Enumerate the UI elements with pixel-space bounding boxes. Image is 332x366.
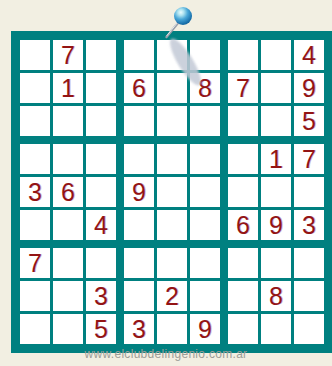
cell-r2c5[interactable]: [157, 73, 187, 103]
cell-r8c4[interactable]: [124, 281, 154, 311]
cell-r8c8[interactable]: 8: [261, 281, 291, 311]
cell-r7c1[interactable]: 7: [20, 248, 50, 278]
cell-r3c8[interactable]: [261, 106, 291, 136]
cell-r4c6[interactable]: [190, 144, 220, 174]
cell-r4c7[interactable]: [228, 144, 258, 174]
cell-r4c2[interactable]: [53, 144, 83, 174]
cell-r3c3[interactable]: [86, 106, 116, 136]
cell-r7c6[interactable]: [190, 248, 220, 278]
cell-r9c7[interactable]: [228, 314, 258, 344]
cell-r2c6[interactable]: 8: [190, 73, 220, 103]
cell-r2c1[interactable]: [20, 73, 50, 103]
cell-r2c8[interactable]: [261, 73, 291, 103]
cell-r6c8[interactable]: 9: [261, 210, 291, 240]
cell-r1c8[interactable]: [261, 40, 291, 70]
cell-r3c4[interactable]: [124, 106, 154, 136]
cell-r9c5[interactable]: [157, 314, 187, 344]
cell-r5c5[interactable]: [157, 177, 187, 207]
cell-r1c3[interactable]: [86, 40, 116, 70]
cell-r6c1[interactable]: [20, 210, 50, 240]
cell-r5c7[interactable]: [228, 177, 258, 207]
website-url: www.elclubdelingenio.com.ar: [0, 347, 332, 361]
cell-r5c2[interactable]: 6: [53, 177, 83, 207]
cell-r9c9[interactable]: [294, 314, 324, 344]
cell-r9c1[interactable]: [20, 314, 50, 344]
cell-r7c2[interactable]: [53, 248, 83, 278]
cell-r4c8[interactable]: 1: [261, 144, 291, 174]
cell-r8c5[interactable]: 2: [157, 281, 187, 311]
cell-r9c6[interactable]: 9: [190, 314, 220, 344]
cell-r2c3[interactable]: [86, 73, 116, 103]
cell-r5c4[interactable]: 9: [124, 177, 154, 207]
cell-r1c7[interactable]: [228, 40, 258, 70]
cell-r6c2[interactable]: [53, 210, 83, 240]
sudoku-board: 741687951736946937328539: [11, 31, 332, 353]
cell-r8c6[interactable]: [190, 281, 220, 311]
cell-r7c7[interactable]: [228, 248, 258, 278]
cell-r1c9[interactable]: 4: [294, 40, 324, 70]
cell-r3c2[interactable]: [53, 106, 83, 136]
cell-r2c9[interactable]: 9: [294, 73, 324, 103]
cell-r3c5[interactable]: [157, 106, 187, 136]
cell-r8c2[interactable]: [53, 281, 83, 311]
cell-r1c2[interactable]: 7: [53, 40, 83, 70]
cell-r7c4[interactable]: [124, 248, 154, 278]
cell-r9c4[interactable]: 3: [124, 314, 154, 344]
cell-r3c6[interactable]: [190, 106, 220, 136]
cell-r5c6[interactable]: [190, 177, 220, 207]
cell-r6c3[interactable]: 4: [86, 210, 116, 240]
cell-r7c8[interactable]: [261, 248, 291, 278]
cell-r3c7[interactable]: [228, 106, 258, 136]
cell-r7c3[interactable]: [86, 248, 116, 278]
cell-r1c4[interactable]: [124, 40, 154, 70]
cell-r4c3[interactable]: [86, 144, 116, 174]
cell-r8c3[interactable]: 3: [86, 281, 116, 311]
cell-r7c9[interactable]: [294, 248, 324, 278]
cell-r7c5[interactable]: [157, 248, 187, 278]
cell-r8c1[interactable]: [20, 281, 50, 311]
cell-r9c8[interactable]: [261, 314, 291, 344]
cell-r3c9[interactable]: 5: [294, 106, 324, 136]
cell-r6c9[interactable]: 3: [294, 210, 324, 240]
cell-r6c7[interactable]: 6: [228, 210, 258, 240]
cell-r4c1[interactable]: [20, 144, 50, 174]
cell-r3c1[interactable]: [20, 106, 50, 136]
cell-r2c2[interactable]: 1: [53, 73, 83, 103]
cell-r6c5[interactable]: [157, 210, 187, 240]
cell-r9c2[interactable]: [53, 314, 83, 344]
sudoku-puzzle-image: 741687951736946937328539 www.elclubdelin…: [0, 0, 332, 366]
pin-head-icon: [174, 7, 192, 25]
cell-r4c4[interactable]: [124, 144, 154, 174]
cell-r9c3[interactable]: 5: [86, 314, 116, 344]
cell-r5c1[interactable]: 3: [20, 177, 50, 207]
cell-r6c6[interactable]: [190, 210, 220, 240]
cell-r6c4[interactable]: [124, 210, 154, 240]
cell-r1c1[interactable]: [20, 40, 50, 70]
cell-r8c7[interactable]: [228, 281, 258, 311]
cell-r4c5[interactable]: [157, 144, 187, 174]
cell-r2c4[interactable]: 6: [124, 73, 154, 103]
cell-r5c8[interactable]: [261, 177, 291, 207]
cell-r5c9[interactable]: [294, 177, 324, 207]
cell-r2c7[interactable]: 7: [228, 73, 258, 103]
cell-r8c9[interactable]: [294, 281, 324, 311]
cell-r4c9[interactable]: 7: [294, 144, 324, 174]
cell-r1c5[interactable]: [157, 40, 187, 70]
cell-r1c6[interactable]: [190, 40, 220, 70]
cell-r5c3[interactable]: [86, 177, 116, 207]
